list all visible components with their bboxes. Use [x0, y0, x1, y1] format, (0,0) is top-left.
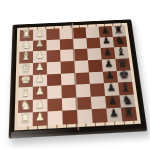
square-h4 [62, 110, 77, 124]
square-d6 [88, 59, 103, 71]
black-rook: ♜ [113, 24, 124, 34]
square-g4 [62, 97, 77, 111]
square-f6 [90, 83, 105, 96]
square-c7: ♟ [101, 47, 116, 59]
square-a6 [86, 26, 100, 37]
black-queen: ♛ [117, 57, 129, 69]
white-queen: ♛ [21, 61, 32, 73]
white-bishop: ♝ [20, 85, 31, 98]
black-knight: ♞ [121, 93, 134, 106]
black-pawn: ♟ [101, 25, 110, 34]
square-c5 [74, 48, 88, 60]
white-knight: ♞ [21, 39, 31, 50]
white-rook: ♜ [19, 111, 31, 124]
square-g3 [47, 98, 62, 112]
square-f4 [61, 84, 76, 97]
black-pawn: ♟ [104, 58, 114, 68]
square-c4 [60, 49, 74, 61]
square-h2: ♟ [33, 111, 48, 125]
square-h3 [48, 111, 63, 125]
square-h8: ♜ [121, 107, 137, 121]
board-perspective-wrapper: ♜♟♟♜♞♟♟♞♝♟♟♝♛♟♟♛♚♟♟♚♝♟♟♝♞♟♟♞♜♟♟♜ [9, 19, 148, 138]
square-c3 [47, 50, 61, 62]
white-king: ♚ [20, 73, 31, 85]
white-pawn: ♟ [35, 73, 44, 83]
black-king: ♚ [118, 68, 130, 80]
white-pawn: ♟ [35, 29, 44, 38]
square-e6 [89, 71, 104, 84]
white-pawn: ♟ [35, 50, 44, 59]
square-e5 [75, 71, 90, 84]
white-pawn: ♟ [35, 111, 45, 122]
square-a5 [72, 27, 86, 38]
black-bishop: ♝ [115, 45, 127, 56]
square-f5 [76, 84, 91, 97]
square-a4 [59, 27, 73, 38]
square-b6 [86, 37, 100, 49]
chess-board-frame: ♜♟♟♜♞♟♟♞♝♟♟♝♛♟♟♛♚♟♟♚♝♟♟♝♞♟♟♞♜♟♟♜ [9, 19, 148, 138]
square-e3 [47, 73, 61, 86]
square-g6 [91, 95, 107, 109]
white-pawn: ♟ [35, 39, 44, 48]
white-rook: ♜ [21, 28, 31, 39]
square-h1: ♜ [18, 112, 33, 126]
square-f8: ♝ [118, 81, 134, 94]
black-pawn: ♟ [103, 47, 113, 56]
white-pawn: ♟ [35, 98, 44, 109]
square-d4 [61, 60, 75, 72]
board-grid: ♜♟♟♜♞♟♟♞♝♟♟♝♛♟♟♛♚♟♟♚♝♟♟♝♞♟♟♞♜♟♟♜ [18, 25, 138, 127]
square-b3 [46, 39, 60, 51]
square-c2: ♟ [33, 50, 47, 62]
black-knight: ♞ [114, 35, 125, 46]
black-pawn: ♟ [105, 70, 115, 80]
square-d5 [74, 60, 89, 72]
square-h6 [92, 108, 108, 122]
square-f3 [47, 85, 62, 98]
square-h5 [77, 109, 93, 123]
square-c6 [87, 48, 102, 60]
square-g5 [76, 96, 91, 110]
product-photo: ♜♟♟♜♞♟♟♞♝♟♟♝♛♟♟♛♚♟♟♚♝♟♟♝♞♟♟♞♜♟♟♜ [0, 0, 150, 150]
white-pawn: ♟ [35, 86, 44, 96]
black-pawn: ♟ [109, 107, 120, 118]
white-bishop: ♝ [21, 50, 32, 61]
board-coordinate-margin: ♜♟♟♜♞♟♟♞♝♟♟♝♛♟♟♛♚♟♟♚♝♟♟♝♞♟♟♞♜♟♟♜ [14, 22, 141, 130]
square-e4 [61, 72, 76, 85]
black-pawn: ♟ [106, 82, 116, 92]
black-rook: ♜ [122, 106, 135, 119]
square-b5 [73, 37, 87, 49]
white-pawn: ♟ [35, 62, 44, 72]
square-h7: ♟ [106, 108, 122, 122]
black-pawn: ♟ [108, 95, 118, 106]
white-knight: ♞ [20, 98, 31, 111]
square-a3 [46, 28, 59, 39]
square-f7: ♟ [104, 82, 120, 95]
square-d3 [47, 61, 61, 73]
square-b4 [60, 38, 74, 50]
black-pawn: ♟ [102, 36, 111, 45]
square-f2: ♟ [33, 86, 48, 99]
black-bishop: ♝ [120, 80, 132, 92]
